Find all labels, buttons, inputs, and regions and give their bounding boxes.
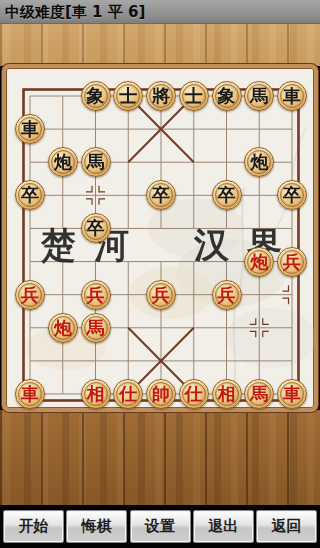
piece-black-炮[interactable]: 炮 [244,147,274,177]
piece-red-兵[interactable]: 兵 [212,280,242,310]
piece-red-仕[interactable]: 仕 [113,379,143,409]
exit-button[interactable]: 退出 [193,510,254,543]
piece-red-車[interactable]: 車 [277,379,307,409]
piece-char: 兵 [16,281,44,309]
piece-char: 相 [213,380,241,408]
piece-char: 馬 [245,380,273,408]
board-inner: 楚河 汉界 象士將士象馬車車炮馬炮卒卒卒卒卒炮兵兵兵兵兵炮馬車相仕帥仕相馬車 [6,68,314,408]
bottom-button-bar: 开始 悔棋 设置 退出 返回 [0,505,320,548]
piece-black-馬[interactable]: 馬 [81,147,111,177]
piece-char: 兵 [147,281,175,309]
settings-button[interactable]: 设置 [130,510,191,543]
piece-char: 車 [278,82,306,110]
piece-char: 士 [180,82,208,110]
piece-red-炮[interactable]: 炮 [244,247,274,277]
piece-red-車[interactable]: 車 [15,379,45,409]
xiangqi-board[interactable]: 楚河 汉界 象士將士象馬車車炮馬炮卒卒卒卒卒炮兵兵兵兵兵炮馬車相仕帥仕相馬車 [2,64,318,412]
piece-char: 炮 [49,314,77,342]
piece-red-仕[interactable]: 仕 [179,379,209,409]
piece-black-卒[interactable]: 卒 [15,180,45,210]
piece-char: 兵 [278,248,306,276]
piece-char: 炮 [245,148,273,176]
piece-char: 炮 [49,148,77,176]
piece-char: 將 [147,82,175,110]
piece-char: 士 [114,82,142,110]
piece-red-馬[interactable]: 馬 [244,379,274,409]
piece-char: 象 [82,82,110,110]
piece-black-卒[interactable]: 卒 [277,180,307,210]
piece-char: 卒 [82,214,110,242]
title-text: 中级难度[車 1 平 6] [5,3,145,21]
piece-char: 帥 [147,380,175,408]
piece-char: 車 [16,115,44,143]
back-button[interactable]: 返回 [256,510,317,543]
start-button[interactable]: 开始 [3,510,64,543]
board-grid-svg: 楚河 汉界 [6,68,314,408]
title-bar: 中级难度[車 1 平 6] [0,0,320,24]
piece-black-士[interactable]: 士 [179,81,209,111]
piece-char: 相 [82,380,110,408]
piece-red-炮[interactable]: 炮 [48,313,78,343]
piece-char: 仕 [114,380,142,408]
piece-black-炮[interactable]: 炮 [48,147,78,177]
piece-red-馬[interactable]: 馬 [81,313,111,343]
piece-red-帥[interactable]: 帥 [146,379,176,409]
piece-char: 仕 [180,380,208,408]
piece-black-馬[interactable]: 馬 [244,81,274,111]
wood-background-top [0,24,320,66]
piece-char: 卒 [16,181,44,209]
piece-char: 兵 [213,281,241,309]
piece-char: 卒 [147,181,175,209]
piece-char: 卒 [278,181,306,209]
piece-red-兵[interactable]: 兵 [15,280,45,310]
piece-black-卒[interactable]: 卒 [146,180,176,210]
piece-black-士[interactable]: 士 [113,81,143,111]
piece-char: 馬 [245,82,273,110]
piece-char: 炮 [245,248,273,276]
piece-black-卒[interactable]: 卒 [212,180,242,210]
piece-red-相[interactable]: 相 [212,379,242,409]
piece-red-兵[interactable]: 兵 [81,280,111,310]
piece-char: 馬 [82,148,110,176]
piece-red-兵[interactable]: 兵 [277,247,307,277]
piece-black-卒[interactable]: 卒 [81,213,111,243]
piece-black-車[interactable]: 車 [277,81,307,111]
piece-red-相[interactable]: 相 [81,379,111,409]
piece-black-象[interactable]: 象 [81,81,111,111]
undo-button[interactable]: 悔棋 [66,510,127,543]
piece-char: 卒 [213,181,241,209]
piece-char: 兵 [82,281,110,309]
piece-black-車[interactable]: 車 [15,114,45,144]
piece-red-兵[interactable]: 兵 [146,280,176,310]
piece-black-將[interactable]: 將 [146,81,176,111]
piece-char: 象 [213,82,241,110]
piece-char: 車 [16,380,44,408]
piece-black-象[interactable]: 象 [212,81,242,111]
app-screen: 中级难度[車 1 平 6] 楚河 [0,0,320,548]
piece-char: 車 [278,380,306,408]
piece-char: 馬 [82,314,110,342]
wood-background-bottom [0,410,320,505]
